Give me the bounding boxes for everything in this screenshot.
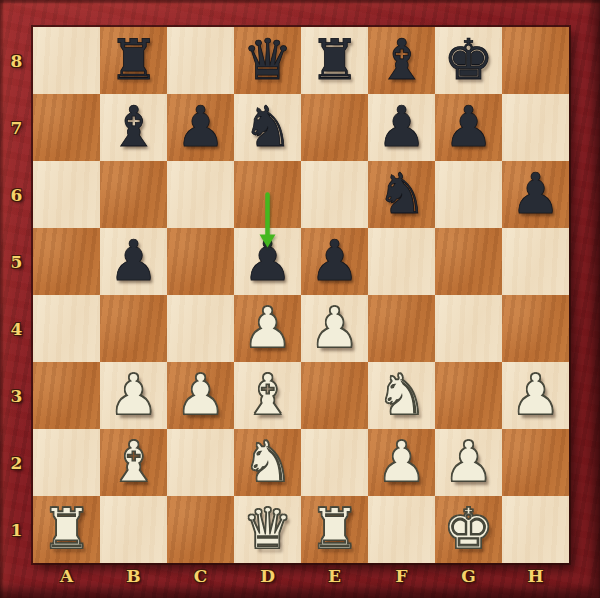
square-f8[interactable]: ♝ [368, 27, 435, 94]
square-g8[interactable]: ♚ [435, 27, 502, 94]
piece-white-rook-a1[interactable]: ♜ [33, 496, 100, 563]
piece-black-pawn-h6[interactable]: ♟ [502, 161, 569, 228]
square-e4[interactable]: ♟ [301, 295, 368, 362]
square-h2[interactable] [502, 429, 569, 496]
square-g2[interactable]: ♟ [435, 429, 502, 496]
rank-label-7: 7 [0, 94, 33, 161]
piece-black-pawn-g7[interactable]: ♟ [435, 94, 502, 161]
file-label-c: C [167, 562, 234, 590]
file-label-b: B [100, 562, 167, 590]
rank-label-8: 8 [0, 27, 33, 94]
square-g4[interactable] [435, 295, 502, 362]
square-g1[interactable]: ♚ [435, 496, 502, 563]
piece-white-pawn-b3[interactable]: ♟ [100, 362, 167, 429]
piece-black-king-g8[interactable]: ♚ [435, 27, 502, 94]
square-h7[interactable] [502, 94, 569, 161]
square-a7[interactable] [33, 94, 100, 161]
square-a4[interactable] [33, 295, 100, 362]
square-a1[interactable]: ♜ [33, 496, 100, 563]
square-b5[interactable]: ♟ [100, 228, 167, 295]
square-h8[interactable] [502, 27, 569, 94]
square-d4[interactable]: ♟ [234, 295, 301, 362]
square-h4[interactable] [502, 295, 569, 362]
square-c6[interactable] [167, 161, 234, 228]
square-c1[interactable] [167, 496, 234, 563]
square-h6[interactable]: ♟ [502, 161, 569, 228]
square-b3[interactable]: ♟ [100, 362, 167, 429]
piece-black-knight-f6[interactable]: ♞ [368, 161, 435, 228]
square-f4[interactable] [368, 295, 435, 362]
piece-white-pawn-e4[interactable]: ♟ [301, 295, 368, 362]
piece-black-pawn-d5[interactable]: ♟ [234, 228, 301, 295]
square-e5[interactable]: ♟ [301, 228, 368, 295]
square-h1[interactable] [502, 496, 569, 563]
piece-white-pawn-d4[interactable]: ♟ [234, 295, 301, 362]
piece-white-bishop-b2[interactable]: ♝ [100, 429, 167, 496]
square-a2[interactable] [33, 429, 100, 496]
file-label-h: H [502, 562, 569, 590]
square-h3[interactable]: ♟ [502, 362, 569, 429]
piece-white-pawn-c3[interactable]: ♟ [167, 362, 234, 429]
square-b2[interactable]: ♝ [100, 429, 167, 496]
piece-black-rook-b8[interactable]: ♜ [100, 27, 167, 94]
file-label-d: D [234, 562, 301, 590]
square-b1[interactable] [100, 496, 167, 563]
square-b7[interactable]: ♝ [100, 94, 167, 161]
piece-white-queen-d1[interactable]: ♛ [234, 496, 301, 563]
square-a3[interactable] [33, 362, 100, 429]
square-f5[interactable] [368, 228, 435, 295]
rank-label-6: 6 [0, 161, 33, 228]
piece-black-pawn-b5[interactable]: ♟ [100, 228, 167, 295]
square-f6[interactable]: ♞ [368, 161, 435, 228]
piece-white-rook-e1[interactable]: ♜ [301, 496, 368, 563]
piece-white-knight-d2[interactable]: ♞ [234, 429, 301, 496]
square-b8[interactable]: ♜ [100, 27, 167, 94]
square-a6[interactable] [33, 161, 100, 228]
square-d7[interactable]: ♞ [234, 94, 301, 161]
square-b4[interactable] [100, 295, 167, 362]
file-label-e: E [301, 562, 368, 590]
square-e2[interactable] [301, 429, 368, 496]
square-c7[interactable]: ♟ [167, 94, 234, 161]
piece-black-queen-d8[interactable]: ♛ [234, 27, 301, 94]
square-f3[interactable]: ♞ [368, 362, 435, 429]
square-e1[interactable]: ♜ [301, 496, 368, 563]
square-d1[interactable]: ♛ [234, 496, 301, 563]
square-c4[interactable] [167, 295, 234, 362]
square-c5[interactable] [167, 228, 234, 295]
square-d5[interactable]: ♟ [234, 228, 301, 295]
square-d3[interactable]: ♝ [234, 362, 301, 429]
piece-black-knight-d7[interactable]: ♞ [234, 94, 301, 161]
square-d6[interactable] [234, 161, 301, 228]
square-d8[interactable]: ♛ [234, 27, 301, 94]
rank-label-4: 4 [0, 295, 33, 362]
square-b6[interactable] [100, 161, 167, 228]
rank-label-1: 1 [0, 496, 33, 563]
file-label-g: G [435, 562, 502, 590]
rank-label-3: 3 [0, 362, 33, 429]
square-e7[interactable] [301, 94, 368, 161]
square-g3[interactable] [435, 362, 502, 429]
piece-black-bishop-b7[interactable]: ♝ [100, 94, 167, 161]
piece-white-pawn-f2[interactable]: ♟ [368, 429, 435, 496]
file-label-f: F [368, 562, 435, 590]
square-e8[interactable]: ♜ [301, 27, 368, 94]
rank-labels: 87654321 [0, 27, 33, 563]
rank-label-5: 5 [0, 228, 33, 295]
square-e3[interactable] [301, 362, 368, 429]
piece-black-bishop-f8[interactable]: ♝ [368, 27, 435, 94]
piece-black-pawn-f7[interactable]: ♟ [368, 94, 435, 161]
piece-white-king-g1[interactable]: ♚ [435, 496, 502, 563]
piece-white-knight-f3[interactable]: ♞ [368, 362, 435, 429]
rank-label-2: 2 [0, 429, 33, 496]
piece-black-rook-e8[interactable]: ♜ [301, 27, 368, 94]
square-g7[interactable]: ♟ [435, 94, 502, 161]
square-c8[interactable] [167, 27, 234, 94]
piece-black-pawn-e5[interactable]: ♟ [301, 228, 368, 295]
square-a8[interactable] [33, 27, 100, 94]
piece-white-pawn-g2[interactable]: ♟ [435, 429, 502, 496]
square-h5[interactable] [502, 228, 569, 295]
square-f2[interactable]: ♟ [368, 429, 435, 496]
square-e6[interactable] [301, 161, 368, 228]
square-f1[interactable] [368, 496, 435, 563]
file-labels: ABCDEFGH [33, 562, 569, 590]
square-g5[interactable] [435, 228, 502, 295]
square-f7[interactable]: ♟ [368, 94, 435, 161]
square-c2[interactable] [167, 429, 234, 496]
chess-board: ♜♛♜♝♚♝♟♞♟♟♞♟♟♟♟♟♟♟♟♝♞♟♝♞♟♟♜♛♜♚ [33, 27, 569, 563]
square-d2[interactable]: ♞ [234, 429, 301, 496]
file-label-a: A [33, 562, 100, 590]
square-g6[interactable] [435, 161, 502, 228]
square-c3[interactable]: ♟ [167, 362, 234, 429]
piece-white-bishop-d3[interactable]: ♝ [234, 362, 301, 429]
piece-white-pawn-h3[interactable]: ♟ [502, 362, 569, 429]
piece-black-pawn-c7[interactable]: ♟ [167, 94, 234, 161]
square-a5[interactable] [33, 228, 100, 295]
